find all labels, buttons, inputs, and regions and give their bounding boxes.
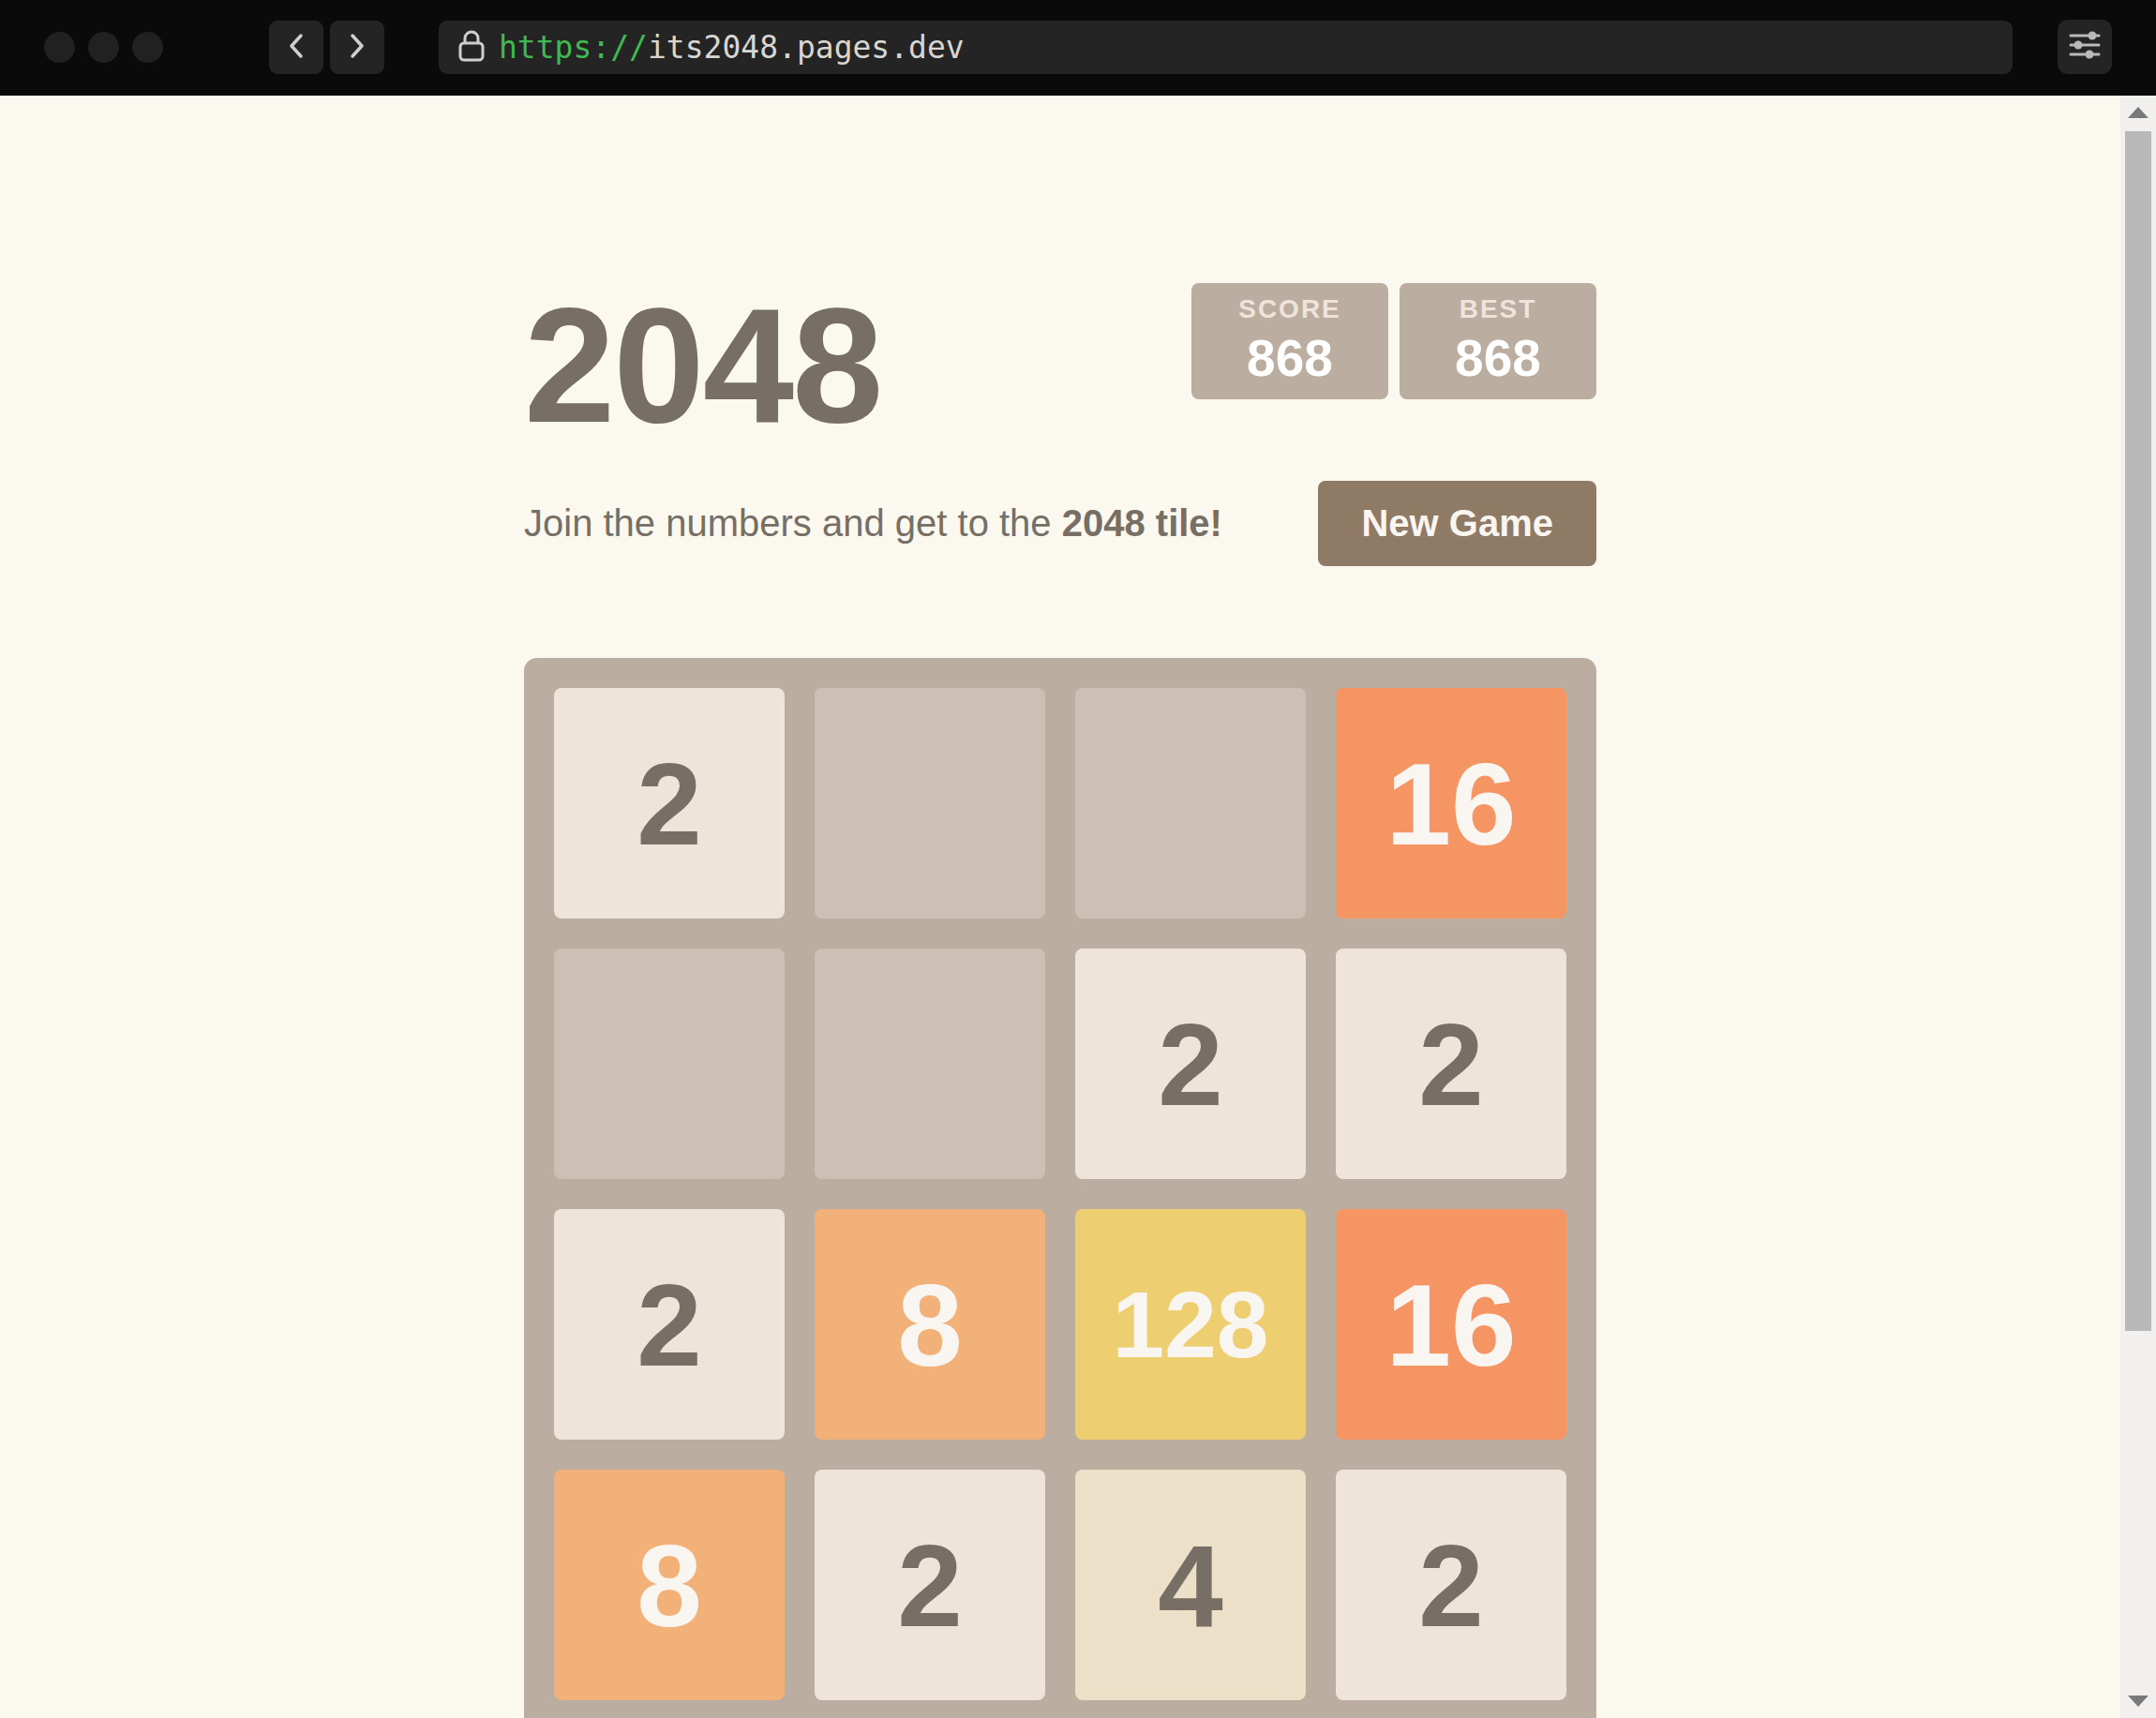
empty-cell: [815, 688, 1045, 919]
tile-2: 2: [554, 688, 785, 919]
sliders-icon: [2065, 25, 2104, 68]
tile-2: 2: [1336, 949, 1566, 1179]
scroll-up-icon: [2128, 107, 2149, 118]
window-controls: [44, 32, 163, 63]
score-value: 868: [1247, 328, 1333, 388]
page: 2048 SCORE 868 BEST 868 Join the numbers…: [0, 96, 2120, 1718]
score-label: SCORE: [1238, 294, 1341, 324]
tile-4: 4: [1075, 1470, 1306, 1700]
page-title: 2048: [524, 283, 881, 447]
tile-16: 16: [1336, 688, 1566, 919]
tile-2: 2: [1075, 949, 1306, 1179]
window-close-button[interactable]: [44, 32, 75, 63]
window-maximize-button[interactable]: [132, 32, 163, 63]
subtitle-goal: 2048 tile!: [1062, 502, 1222, 544]
empty-cell: [554, 949, 785, 1179]
best-label: BEST: [1460, 294, 1537, 324]
chevron-left-icon: [286, 31, 307, 65]
game-subtitle: Join the numbers and get to the 2048 til…: [524, 502, 1222, 545]
best-box: BEST 868: [1400, 283, 1596, 399]
tile-2: 2: [1336, 1470, 1566, 1700]
scroll-down-icon: [2128, 1696, 2149, 1707]
tile-8: 8: [815, 1209, 1045, 1440]
tile-128: 128: [1075, 1209, 1306, 1440]
empty-cell: [1075, 688, 1306, 919]
lock-icon: [457, 29, 486, 67]
score-panel: SCORE 868 BEST 868: [1191, 283, 1596, 399]
url-domain: its2048.pages.dev: [648, 29, 965, 66]
tile-8: 8: [554, 1470, 785, 1700]
best-value: 868: [1455, 328, 1541, 388]
forward-button[interactable]: [330, 21, 384, 74]
browser-chrome: https://its2048.pages.dev: [0, 0, 2156, 96]
new-game-button[interactable]: New Game: [1318, 481, 1596, 566]
back-button[interactable]: [269, 21, 323, 74]
tile-16: 16: [1336, 1209, 1566, 1440]
chevron-right-icon: [347, 31, 367, 65]
scroll-down-button[interactable]: [2120, 1684, 2156, 1718]
url-text: https://its2048.pages.dev: [499, 29, 965, 66]
score-box: SCORE 868: [1191, 283, 1388, 399]
scrollbar-thumb[interactable]: [2125, 131, 2151, 1331]
empty-cell: [815, 949, 1045, 1179]
scroll-up-button[interactable]: [2120, 96, 2156, 129]
window-minimize-button[interactable]: [88, 32, 119, 63]
tile-2: 2: [554, 1209, 785, 1440]
url-scheme: https://: [499, 29, 648, 66]
board[interactable]: 2162228128168242: [524, 658, 1596, 1718]
tile-2: 2: [815, 1470, 1045, 1700]
scrollbar: [2120, 96, 2156, 1718]
address-bar[interactable]: https://its2048.pages.dev: [439, 21, 2013, 74]
settings-button[interactable]: [2058, 20, 2112, 74]
